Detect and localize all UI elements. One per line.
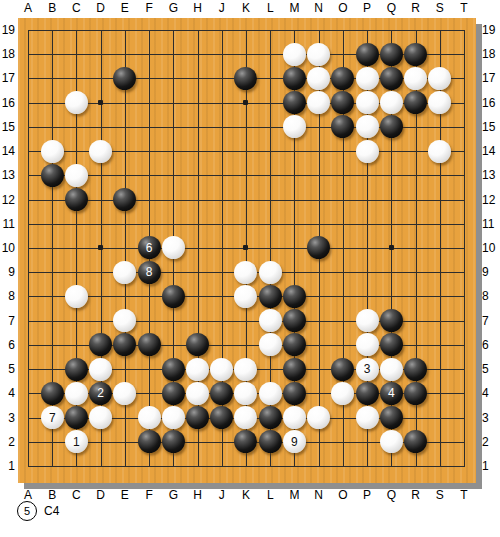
coord-right-1: 1 [482, 459, 489, 473]
coord-top-D: D [96, 1, 105, 16]
coord-left-7: 7 [8, 314, 15, 328]
coord-bottom-C: C [72, 488, 81, 503]
column-labels-top: ABCDEFGHJKLMNOPQRST [18, 1, 476, 17]
stone-black-R2 [404, 430, 427, 453]
move-number-4: 4 [380, 382, 403, 405]
stone-black-Q18 [380, 43, 403, 66]
stone-white-P14 [356, 140, 379, 163]
stone-black-B13 [41, 164, 64, 187]
coord-right-5: 5 [482, 362, 489, 376]
stone-black-E17 [113, 67, 136, 90]
stone-black-Q3 [380, 406, 403, 429]
stone-black-H3 [186, 406, 209, 429]
coord-bottom-E: E [121, 488, 129, 503]
stone-white-K8 [234, 285, 257, 308]
stone-black-H6 [186, 333, 209, 356]
stone-black-M4 [283, 382, 306, 405]
stone-white-O4 [331, 382, 354, 405]
coord-left-14: 14 [2, 144, 15, 158]
stone-black-E6 [113, 333, 136, 356]
coord-top-M: M [289, 1, 299, 16]
stone-white-S17 [428, 67, 451, 90]
stone-white-C4 [65, 382, 88, 405]
stone-white-C16 [65, 91, 88, 114]
coord-bottom-H: H [193, 488, 202, 503]
coord-right-17: 17 [482, 71, 495, 85]
stone-black-M5 [283, 358, 306, 381]
move-5-point-label: C4 [44, 504, 59, 518]
stone-black-O15 [331, 115, 354, 138]
coord-top-K: K [242, 1, 250, 16]
stone-white-B14 [41, 140, 64, 163]
coord-right-7: 7 [482, 314, 489, 328]
coord-left-8: 8 [8, 289, 15, 303]
coord-top-C: C [72, 1, 81, 16]
coord-top-O: O [338, 1, 347, 16]
coord-left-6: 6 [8, 338, 15, 352]
stone-white-L9 [259, 261, 282, 284]
coord-bottom-T: T [460, 488, 467, 503]
stone-black-O5 [331, 358, 354, 381]
stone-black-F9: 8 [138, 261, 161, 284]
stone-black-J4 [210, 382, 233, 405]
stone-white-G3 [162, 406, 185, 429]
coord-top-A: A [24, 1, 32, 16]
stone-black-O16 [331, 91, 354, 114]
move-number-1: 1 [65, 430, 88, 453]
move-number-7: 7 [41, 406, 64, 429]
coord-bottom-Q: Q [387, 488, 396, 503]
stone-black-M7 [283, 309, 306, 332]
stone-black-G5 [162, 358, 185, 381]
stone-white-E4 [113, 382, 136, 405]
move-number-9: 9 [283, 430, 306, 453]
stone-white-M18 [283, 43, 306, 66]
stone-black-G8 [162, 285, 185, 308]
go-board-page: ABCDEFGHJKLMNOPQRST ABCDEFGHJKLMNOPQRST … [0, 0, 500, 537]
stone-white-N18 [307, 43, 330, 66]
stone-black-D6 [89, 333, 112, 356]
stone-black-E12 [113, 188, 136, 211]
stone-white-K5 [234, 358, 257, 381]
stone-white-D3 [89, 406, 112, 429]
column-labels-bottom: ABCDEFGHJKLMNOPQRST [18, 488, 476, 504]
coord-top-B: B [48, 1, 56, 16]
row-labels-left: 19181716151413121110987654321 [0, 18, 16, 483]
coord-left-10: 10 [2, 241, 15, 255]
stone-white-K4 [234, 382, 257, 405]
stone-white-C8 [65, 285, 88, 308]
coord-left-11: 11 [3, 217, 15, 231]
stone-white-Q5 [380, 358, 403, 381]
stone-black-R18 [404, 43, 427, 66]
stone-white-L7 [259, 309, 282, 332]
stone-white-L4 [259, 382, 282, 405]
coord-top-N: N [314, 1, 323, 16]
coord-bottom-S: S [436, 488, 444, 503]
stone-white-B3: 7 [41, 406, 64, 429]
stone-white-P7 [356, 309, 379, 332]
stone-white-N3 [307, 406, 330, 429]
stone-white-C13 [65, 164, 88, 187]
stone-black-L8 [259, 285, 282, 308]
stone-white-E9 [113, 261, 136, 284]
move-note: 5 C4 [17, 501, 59, 521]
coord-bottom-G: G [169, 488, 178, 503]
stone-black-C3 [65, 406, 88, 429]
stone-black-Q4: 4 [380, 382, 403, 405]
coord-right-9: 9 [482, 265, 489, 279]
stone-white-L6 [259, 333, 282, 356]
stone-white-E7 [113, 309, 136, 332]
move-5-stone-marker: 5 [17, 501, 37, 521]
coord-left-13: 13 [2, 168, 15, 182]
stone-black-P18 [356, 43, 379, 66]
stone-black-F6 [138, 333, 161, 356]
coord-bottom-F: F [145, 488, 152, 503]
coord-left-19: 19 [2, 23, 15, 37]
stone-white-J5 [210, 358, 233, 381]
coord-top-F: F [145, 1, 152, 16]
stone-black-K2 [234, 430, 257, 453]
move-number-6: 6 [138, 236, 161, 259]
coord-top-L: L [267, 1, 274, 16]
stone-black-C12 [65, 188, 88, 211]
stone-white-D5 [89, 358, 112, 381]
coord-left-5: 5 [8, 362, 15, 376]
stone-white-K9 [234, 261, 257, 284]
stone-black-G2 [162, 430, 185, 453]
stone-black-F2 [138, 430, 161, 453]
coord-left-1: 1 [8, 459, 15, 473]
coord-right-8: 8 [482, 289, 489, 303]
coord-bottom-M: M [289, 488, 299, 503]
coord-right-19: 19 [482, 23, 495, 37]
stone-black-M8 [283, 285, 306, 308]
coord-left-18: 18 [2, 47, 15, 61]
coord-top-H: H [193, 1, 202, 16]
stone-black-P4 [356, 382, 379, 405]
coord-bottom-L: L [267, 488, 274, 503]
stone-white-R17 [404, 67, 427, 90]
stone-black-Q6 [380, 333, 403, 356]
stone-white-S14 [428, 140, 451, 163]
coord-top-Q: Q [387, 1, 396, 16]
move-number-2: 2 [89, 382, 112, 405]
stone-black-C5 [65, 358, 88, 381]
stone-black-O17 [331, 67, 354, 90]
coord-left-17: 17 [2, 71, 15, 85]
coord-left-16: 16 [2, 96, 15, 110]
stone-white-N17 [307, 67, 330, 90]
stone-white-G10 [162, 236, 185, 259]
coord-bottom-R: R [411, 488, 420, 503]
stone-white-Q2 [380, 430, 403, 453]
stone-white-M15 [283, 115, 306, 138]
coord-top-G: G [169, 1, 178, 16]
stone-black-Q17 [380, 67, 403, 90]
stone-black-K17 [234, 67, 257, 90]
row-labels-right: 19181716151413121110987654321 [482, 18, 500, 483]
coord-left-9: 9 [8, 265, 15, 279]
coord-right-18: 18 [482, 47, 495, 61]
coord-right-13: 13 [482, 168, 495, 182]
stone-black-B4 [41, 382, 64, 405]
coord-bottom-O: O [338, 488, 347, 503]
stone-black-L2 [259, 430, 282, 453]
stone-white-F3 [138, 406, 161, 429]
coord-top-E: E [121, 1, 129, 16]
stone-white-C2: 1 [65, 430, 88, 453]
coord-left-3: 3 [8, 411, 15, 425]
coord-top-R: R [411, 1, 420, 16]
go-board: 68324719 [18, 18, 476, 483]
stone-white-N16 [307, 91, 330, 114]
coord-left-4: 4 [8, 386, 15, 400]
coord-right-16: 16 [482, 96, 495, 110]
stone-layer: 68324719 [16, 18, 476, 478]
stone-white-M2: 9 [283, 430, 306, 453]
stone-black-G4 [162, 382, 185, 405]
stone-black-L3 [259, 406, 282, 429]
coord-right-12: 12 [482, 193, 495, 207]
stone-black-R4 [404, 382, 427, 405]
stone-white-H5 [186, 358, 209, 381]
stone-white-P5: 3 [356, 358, 379, 381]
stone-black-N10 [307, 236, 330, 259]
coord-right-4: 4 [482, 386, 489, 400]
stone-black-Q15 [380, 115, 403, 138]
stone-black-Q7 [380, 309, 403, 332]
coord-left-12: 12 [2, 193, 15, 207]
coord-right-3: 3 [482, 411, 489, 425]
stone-black-R5 [404, 358, 427, 381]
stone-black-D4: 2 [89, 382, 112, 405]
coord-bottom-N: N [314, 488, 323, 503]
move-number-8: 8 [138, 261, 161, 284]
coord-right-15: 15 [482, 120, 495, 134]
coord-left-2: 2 [8, 435, 15, 449]
stone-white-P15 [356, 115, 379, 138]
coord-bottom-D: D [96, 488, 105, 503]
coord-left-15: 15 [2, 120, 15, 134]
stone-white-S16 [428, 91, 451, 114]
stone-white-H4 [186, 382, 209, 405]
stone-white-P3 [356, 406, 379, 429]
coord-right-14: 14 [482, 144, 495, 158]
stone-white-P17 [356, 67, 379, 90]
coord-bottom-J: J [219, 488, 225, 503]
coord-bottom-P: P [363, 488, 371, 503]
coord-bottom-K: K [242, 488, 250, 503]
stone-black-J3 [210, 406, 233, 429]
stone-black-F10: 6 [138, 236, 161, 259]
coord-top-J: J [219, 1, 225, 16]
coord-top-S: S [436, 1, 444, 16]
coord-top-T: T [460, 1, 467, 16]
coord-top-P: P [363, 1, 371, 16]
stone-white-P16 [356, 91, 379, 114]
stone-white-Q16 [380, 91, 403, 114]
move-number-3: 3 [356, 358, 379, 381]
stone-black-R16 [404, 91, 427, 114]
stone-black-M16 [283, 91, 306, 114]
stone-black-M6 [283, 333, 306, 356]
coord-right-10: 10 [482, 241, 495, 255]
coord-right-11: 11 [482, 217, 494, 231]
stone-white-D14 [89, 140, 112, 163]
stone-white-M3 [283, 406, 306, 429]
stone-white-P6 [356, 333, 379, 356]
stone-black-M17 [283, 67, 306, 90]
coord-right-2: 2 [482, 435, 489, 449]
coord-right-6: 6 [482, 338, 489, 352]
stone-white-K3 [234, 406, 257, 429]
